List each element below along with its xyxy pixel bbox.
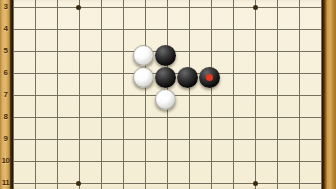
grid-horizontal-line xyxy=(13,183,323,184)
black-stone[interactable] xyxy=(155,67,176,88)
star-point xyxy=(253,181,258,186)
grid-horizontal-line xyxy=(13,29,323,30)
row-label: 11 xyxy=(0,178,11,188)
row-label: 6 xyxy=(0,68,11,78)
star-point xyxy=(253,5,258,10)
row-label: 8 xyxy=(0,112,11,122)
row-label: 7 xyxy=(0,90,11,100)
white-stone[interactable] xyxy=(155,89,176,110)
gomoku-board: 34567891011 xyxy=(0,0,336,189)
grid-horizontal-line xyxy=(13,139,323,140)
last-move-marker-icon xyxy=(206,74,213,81)
row-label: 10 xyxy=(0,156,11,166)
white-stone[interactable] xyxy=(133,45,154,66)
board-surface[interactable] xyxy=(0,0,336,189)
grid-horizontal-line xyxy=(13,7,323,8)
grid-horizontal-line xyxy=(13,161,323,162)
board-frame-right xyxy=(322,0,336,189)
star-point xyxy=(76,5,81,10)
black-stone[interactable] xyxy=(177,67,198,88)
black-stone[interactable] xyxy=(155,45,176,66)
black-stone[interactable] xyxy=(199,67,220,88)
row-label: 3 xyxy=(0,2,11,12)
row-label: 9 xyxy=(0,134,11,144)
grid-horizontal-line xyxy=(13,117,323,118)
row-label: 4 xyxy=(0,24,11,34)
row-label: 5 xyxy=(0,46,11,56)
board-frame-left: 34567891011 xyxy=(0,0,13,189)
star-point xyxy=(76,181,81,186)
white-stone[interactable] xyxy=(133,67,154,88)
